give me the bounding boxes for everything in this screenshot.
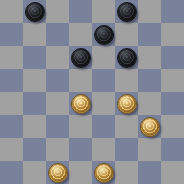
board-square-r0c2[interactable] <box>46 0 69 23</box>
white-man-piece[interactable] <box>71 94 91 114</box>
board-square-r2c0[interactable] <box>0 46 23 69</box>
board-square-r2c1[interactable] <box>23 46 46 69</box>
board-square-r0c7[interactable] <box>161 0 184 23</box>
black-man-piece[interactable] <box>117 48 137 68</box>
board-square-r7c7[interactable] <box>161 161 184 184</box>
board-square-r6c4[interactable] <box>92 138 115 161</box>
board-square-r2c3[interactable] <box>69 46 92 69</box>
board-square-r7c2[interactable] <box>46 161 69 184</box>
board-square-r5c2[interactable] <box>46 115 69 138</box>
board-square-r0c6[interactable] <box>138 0 161 23</box>
board-square-r5c0[interactable] <box>0 115 23 138</box>
board-square-r2c6[interactable] <box>138 46 161 69</box>
board-square-r7c1[interactable] <box>23 161 46 184</box>
board-square-r7c5[interactable] <box>115 161 138 184</box>
board-square-r1c2[interactable] <box>46 23 69 46</box>
white-man-piece[interactable] <box>94 163 114 183</box>
board-square-r6c7[interactable] <box>161 138 184 161</box>
checkers-app <box>0 0 184 184</box>
black-man-piece[interactable] <box>25 2 45 22</box>
board-square-r0c0[interactable] <box>0 0 23 23</box>
board-square-r4c2[interactable] <box>46 92 69 115</box>
board-square-r2c4[interactable] <box>92 46 115 69</box>
board-square-r1c6[interactable] <box>138 23 161 46</box>
white-man-piece[interactable] <box>48 163 68 183</box>
board-square-r5c7[interactable] <box>161 115 184 138</box>
checkers-board <box>0 0 184 184</box>
board-square-r1c7[interactable] <box>161 23 184 46</box>
board-square-r4c4[interactable] <box>92 92 115 115</box>
board-square-r3c1[interactable] <box>23 69 46 92</box>
board-square-r6c3[interactable] <box>69 138 92 161</box>
board-square-r3c0[interactable] <box>0 69 23 92</box>
board-square-r6c5[interactable] <box>115 138 138 161</box>
board-square-r4c1[interactable] <box>23 92 46 115</box>
white-man-piece[interactable] <box>140 117 160 137</box>
board-square-r1c3[interactable] <box>69 23 92 46</box>
board-square-r4c0[interactable] <box>0 92 23 115</box>
board-square-r2c2[interactable] <box>46 46 69 69</box>
black-man-piece[interactable] <box>94 25 114 45</box>
board-square-r6c0[interactable] <box>0 138 23 161</box>
board-square-r7c4[interactable] <box>92 161 115 184</box>
board-square-r3c5[interactable] <box>115 69 138 92</box>
board-square-r1c5[interactable] <box>115 23 138 46</box>
white-man-piece[interactable] <box>117 94 137 114</box>
board-square-r0c3[interactable] <box>69 0 92 23</box>
black-man-piece[interactable] <box>117 2 137 22</box>
board-square-r6c6[interactable] <box>138 138 161 161</box>
board-square-r2c5[interactable] <box>115 46 138 69</box>
board-square-r3c7[interactable] <box>161 69 184 92</box>
board-square-r5c1[interactable] <box>23 115 46 138</box>
black-man-piece[interactable] <box>71 48 91 68</box>
board-square-r0c4[interactable] <box>92 0 115 23</box>
board-square-r3c6[interactable] <box>138 69 161 92</box>
board-square-r1c0[interactable] <box>0 23 23 46</box>
board-square-r0c5[interactable] <box>115 0 138 23</box>
board-square-r1c1[interactable] <box>23 23 46 46</box>
board-square-r3c2[interactable] <box>46 69 69 92</box>
board-square-r5c4[interactable] <box>92 115 115 138</box>
board-square-r7c0[interactable] <box>0 161 23 184</box>
board-square-r5c3[interactable] <box>69 115 92 138</box>
board-square-r7c6[interactable] <box>138 161 161 184</box>
board-square-r2c7[interactable] <box>161 46 184 69</box>
board-square-r5c6[interactable] <box>138 115 161 138</box>
board-square-r4c3[interactable] <box>69 92 92 115</box>
board-square-r1c4[interactable] <box>92 23 115 46</box>
board-square-r5c5[interactable] <box>115 115 138 138</box>
board-square-r3c3[interactable] <box>69 69 92 92</box>
board-square-r3c4[interactable] <box>92 69 115 92</box>
board-square-r4c6[interactable] <box>138 92 161 115</box>
board-square-r0c1[interactable] <box>23 0 46 23</box>
board-square-r6c2[interactable] <box>46 138 69 161</box>
board-square-r7c3[interactable] <box>69 161 92 184</box>
board-square-r4c7[interactable] <box>161 92 184 115</box>
board-square-r6c1[interactable] <box>23 138 46 161</box>
board-square-r4c5[interactable] <box>115 92 138 115</box>
